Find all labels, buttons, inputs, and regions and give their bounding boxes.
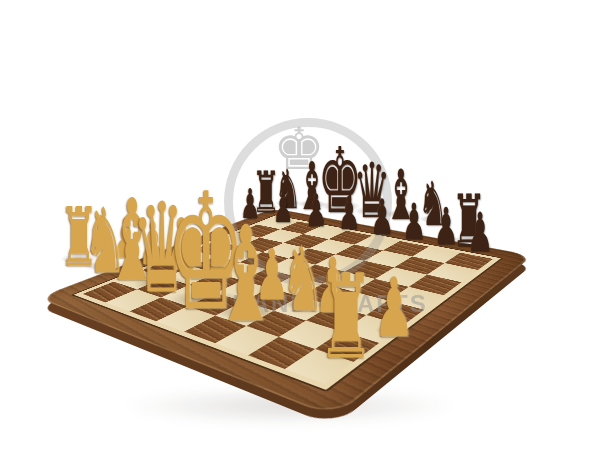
product-photo-stage: ♚ HANDICRAFTS ♜♞♝♛♚♝♞♜♟♟♟♟♟♟♟♟♜♞♝♚♛♝♞♜♟♟… bbox=[0, 0, 600, 450]
piece-black-pawn-d7: ♟ bbox=[338, 190, 361, 236]
piece-black-pawn-f7: ♟ bbox=[402, 197, 427, 247]
piece-white-bishop-f1: ♝ bbox=[213, 208, 278, 340]
piece-black-pawn-e7: ♟ bbox=[370, 193, 394, 242]
piece-white-pawn-h2: ♟ bbox=[374, 267, 414, 349]
piece-black-pawn-h7: ♟ bbox=[467, 206, 494, 260]
pieces-layer: ♜♞♝♛♚♝♞♜♟♟♟♟♟♟♟♟♜♞♝♚♛♝♞♜♟♟♟♟♟♟♟♟ bbox=[0, 0, 600, 450]
piece-white-rook-h1: ♜ bbox=[317, 259, 374, 375]
